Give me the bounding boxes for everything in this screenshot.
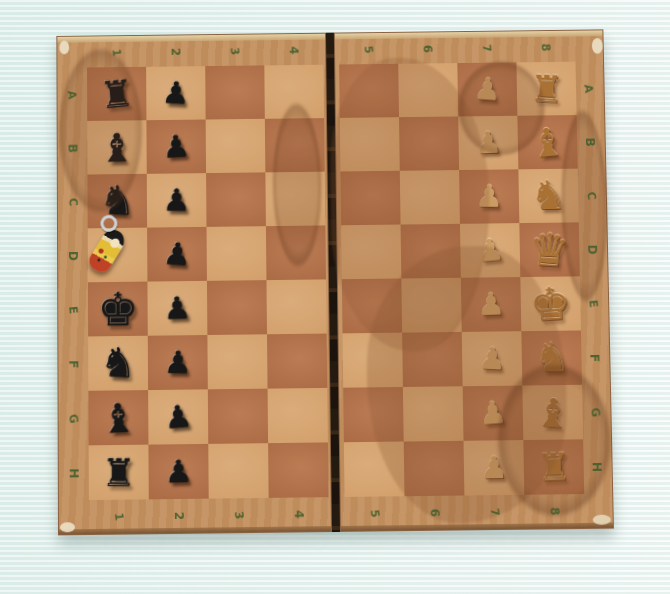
square-h8: ♜ xyxy=(523,439,584,494)
square-b2: ♟ xyxy=(146,120,206,174)
square-h7: ♟ xyxy=(464,440,525,495)
square-a7: ♟ xyxy=(457,62,517,116)
square-h6 xyxy=(404,441,465,496)
square-c7: ♟ xyxy=(459,169,519,223)
square-h5 xyxy=(344,442,405,497)
square-c3 xyxy=(206,172,266,226)
black-pawn: ♟ xyxy=(163,400,193,433)
white-pawn: ♟ xyxy=(474,127,503,158)
white-bishop: ♝ xyxy=(534,391,572,433)
square-h4 xyxy=(268,442,328,497)
worn-corner xyxy=(592,38,603,54)
coordinate-label-right-G: G xyxy=(586,385,605,440)
square-e7: ♟ xyxy=(461,277,521,332)
black-pawn: ♟ xyxy=(162,238,192,270)
square-a3 xyxy=(205,65,265,119)
coordinate-label-bottom-1: 1 xyxy=(89,508,149,525)
coordinate-label-right-D: D xyxy=(583,222,602,276)
right-board-grid: ♟♜♟♝♟♞♟♛♟♚♟♞♟♝♟♜ xyxy=(339,62,584,497)
top-coordinates-right: 5678 xyxy=(339,39,575,57)
square-g2: ♟ xyxy=(148,389,208,444)
left-coordinates: ABCDEFGH xyxy=(63,68,82,501)
square-b7: ♟ xyxy=(458,116,518,170)
right-coordinates: ABCDEFGH xyxy=(579,61,606,494)
square-g8: ♝ xyxy=(522,385,583,440)
coordinate-label-top-6: 6 xyxy=(398,41,457,57)
coordinate-label-bottom-2: 2 xyxy=(149,508,209,525)
coordinate-label-right-F: F xyxy=(585,330,604,385)
square-e4 xyxy=(266,279,326,334)
black-pawn: ♟ xyxy=(162,131,191,163)
white-pawn: ♟ xyxy=(478,343,507,375)
top-coordinates-left: 1234 xyxy=(87,42,323,60)
black-king: ♚ xyxy=(97,286,138,332)
coordinate-label-right-A: A xyxy=(579,61,598,115)
square-e5 xyxy=(342,278,402,333)
white-queen: ♛ xyxy=(528,226,571,273)
coordinate-label-left-F: F xyxy=(64,337,82,392)
white-bishop: ♝ xyxy=(528,121,567,163)
coordinate-label-right-C: C xyxy=(582,168,601,222)
square-d5 xyxy=(341,225,401,280)
square-f5 xyxy=(343,333,403,388)
coordinate-label-top-5: 5 xyxy=(339,42,398,58)
square-a1: ♜ xyxy=(87,67,146,121)
square-d2: ♟ xyxy=(147,227,207,282)
bottom-coordinates-right: 5678 xyxy=(345,503,585,522)
square-g4 xyxy=(268,388,328,443)
square-f1: ♞ xyxy=(88,336,148,391)
black-rook: ♜ xyxy=(98,74,135,114)
square-d6 xyxy=(401,224,461,279)
black-pawn: ♟ xyxy=(161,77,190,109)
square-h1: ♜ xyxy=(89,445,149,500)
coordinate-label-left-G: G xyxy=(64,391,82,446)
coordinate-label-left-A: A xyxy=(63,68,81,122)
left-board-grid: ♜♟♝♟♞♟♟♚♟♞♟♝♟♜♟ xyxy=(87,65,329,500)
square-f8: ♞ xyxy=(521,330,582,385)
coordinate-label-right-E: E xyxy=(584,276,603,330)
coordinate-label-bottom-4: 4 xyxy=(269,506,329,523)
square-b6 xyxy=(399,116,459,170)
square-d4 xyxy=(266,225,326,280)
square-b3 xyxy=(206,119,266,173)
coordinate-label-bottom-3: 3 xyxy=(209,507,269,524)
coordinate-label-bottom-7: 7 xyxy=(465,504,525,521)
square-d1 xyxy=(88,228,148,283)
worn-corner xyxy=(59,41,69,55)
square-e8: ♚ xyxy=(520,276,581,331)
white-pawn: ♟ xyxy=(477,289,506,320)
coordinate-label-bottom-8: 8 xyxy=(524,503,584,520)
black-pawn: ♟ xyxy=(164,456,192,488)
black-pawn: ♟ xyxy=(164,347,192,378)
worn-corner xyxy=(60,522,75,532)
white-pawn: ♟ xyxy=(475,181,503,212)
coordinate-label-top-4: 4 xyxy=(264,42,323,58)
square-e2: ♟ xyxy=(147,281,207,336)
square-c5 xyxy=(340,171,400,225)
square-b4 xyxy=(265,118,325,172)
white-knight: ♞ xyxy=(533,338,570,379)
black-pawn: ♟ xyxy=(163,185,191,215)
square-a5 xyxy=(339,64,399,118)
coordinate-label-top-1: 1 xyxy=(87,45,146,61)
square-f3 xyxy=(207,334,267,389)
square-e3 xyxy=(207,280,267,335)
square-e6 xyxy=(401,278,461,333)
white-rook: ♜ xyxy=(536,447,572,486)
black-knight: ♞ xyxy=(99,342,138,385)
coordinate-label-bottom-5: 5 xyxy=(345,505,405,522)
square-f6 xyxy=(402,332,462,387)
coordinate-label-top-7: 7 xyxy=(457,40,516,56)
chess-board: 1234 ABCDEFGH ♜♟♝♟♞♟♟♚♟♞♟♝♟♜♟ 1234 5678 … xyxy=(56,29,614,535)
black-rook: ♜ xyxy=(101,453,135,491)
square-f4 xyxy=(267,334,327,389)
coordinate-label-top-8: 8 xyxy=(516,39,575,55)
square-h3 xyxy=(208,443,268,498)
white-pawn: ♟ xyxy=(475,234,506,267)
square-g3 xyxy=(208,389,268,444)
white-pawn: ♟ xyxy=(478,397,508,430)
bottom-coordinates-left: 1234 xyxy=(89,506,329,525)
square-c8: ♞ xyxy=(518,169,578,223)
square-d8: ♛ xyxy=(519,222,579,277)
coordinate-label-right-B: B xyxy=(581,115,600,169)
square-c6 xyxy=(400,170,460,224)
coordinate-label-left-B: B xyxy=(64,121,82,175)
board-left-half: 1234 ABCDEFGH ♜♟♝♟♞♟♟♚♟♞♟♝♟♜♟ 1234 xyxy=(56,33,332,536)
coordinate-label-left-C: C xyxy=(64,175,82,229)
square-b5 xyxy=(340,117,400,171)
coordinate-label-top-2: 2 xyxy=(146,44,205,60)
square-b8: ♝ xyxy=(517,115,577,169)
square-f7: ♟ xyxy=(462,331,523,386)
square-g6 xyxy=(403,386,464,441)
coordinate-label-right-H: H xyxy=(587,439,606,494)
square-d3 xyxy=(207,226,267,281)
square-c4 xyxy=(265,172,325,226)
board-right-half: 5678 ABCDEFGH ♟♜♟♝♟♞♟♛♟♚♟♞♟♝♟♜ 5678 xyxy=(334,29,614,532)
coordinate-label-left-E: E xyxy=(64,282,82,336)
black-pawn: ♟ xyxy=(163,292,192,324)
coordinate-label-bottom-6: 6 xyxy=(405,504,465,521)
square-c2: ♟ xyxy=(147,173,207,227)
white-pawn: ♟ xyxy=(473,73,502,105)
square-g1: ♝ xyxy=(88,390,148,445)
square-e1: ♚ xyxy=(88,282,148,337)
white-king: ♚ xyxy=(529,280,573,328)
square-d7: ♟ xyxy=(460,223,520,278)
square-f2: ♟ xyxy=(148,335,208,390)
square-g5 xyxy=(343,387,404,442)
square-a4 xyxy=(264,65,324,119)
coordinate-label-top-3: 3 xyxy=(205,43,264,59)
matryoshka-keychain-queen xyxy=(85,226,128,276)
square-a2: ♟ xyxy=(146,66,206,120)
square-g7: ♟ xyxy=(463,386,524,441)
black-bishop: ♝ xyxy=(99,127,135,167)
square-a8: ♜ xyxy=(516,62,576,116)
white-rook: ♜ xyxy=(529,70,564,108)
square-b1: ♝ xyxy=(87,120,147,174)
white-knight: ♞ xyxy=(530,176,567,217)
worn-corner xyxy=(593,515,611,525)
square-h2: ♟ xyxy=(148,444,208,499)
coordinate-label-left-H: H xyxy=(65,445,83,500)
white-pawn: ♟ xyxy=(480,452,508,483)
table-background: 1234 ABCDEFGH ♜♟♝♟♞♟♟♚♟♞♟♝♟♜♟ 1234 5678 … xyxy=(0,0,670,594)
coordinate-label-left-D: D xyxy=(64,228,82,282)
square-a6 xyxy=(398,63,458,117)
black-bishop: ♝ xyxy=(99,397,137,439)
